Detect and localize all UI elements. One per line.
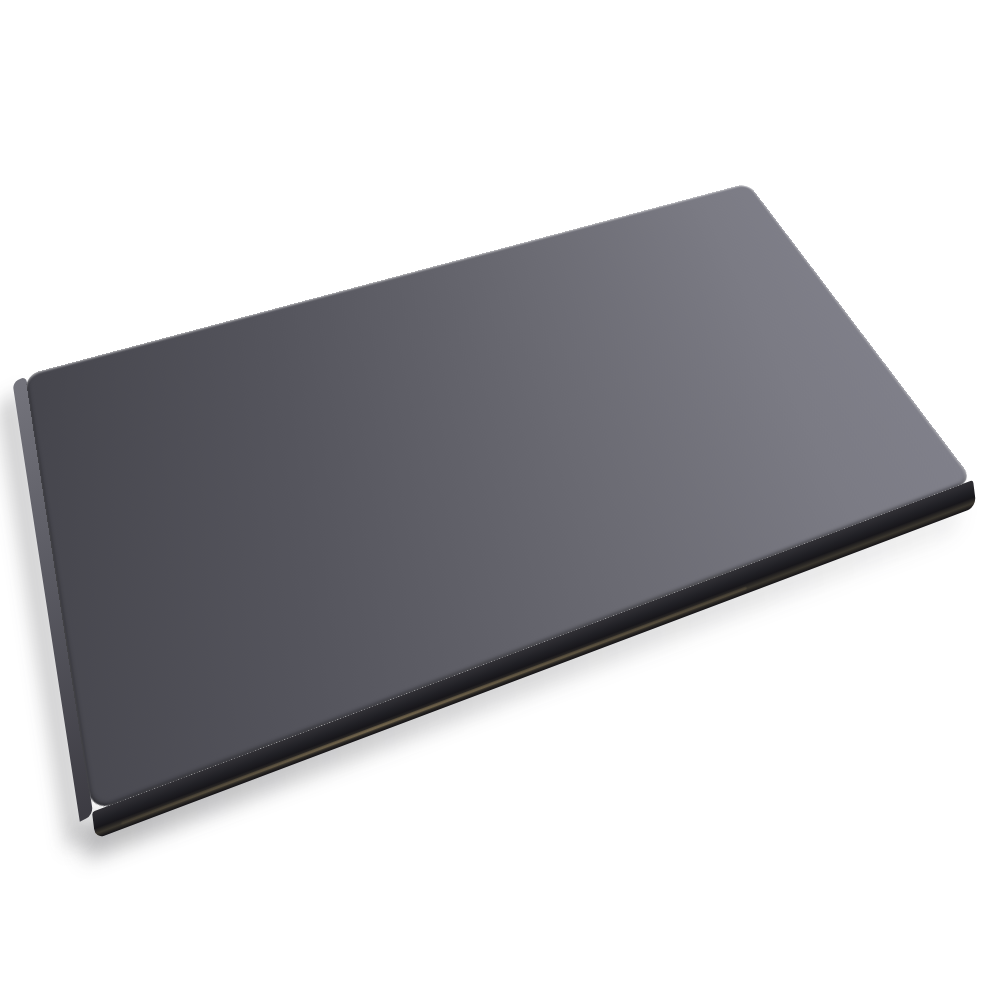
seedling-tray-top-surface	[25, 183, 973, 812]
product-photo-scene	[0, 0, 1000, 1000]
